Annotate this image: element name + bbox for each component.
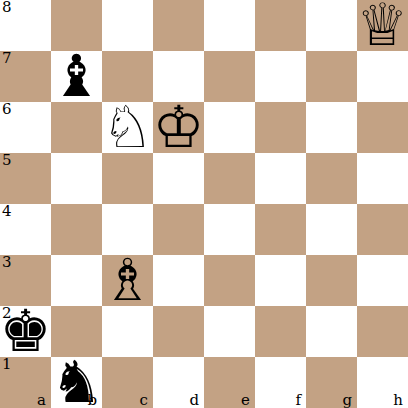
square-f5[interactable] — [255, 153, 306, 204]
square-d8[interactable] — [153, 0, 204, 51]
square-f4[interactable] — [255, 204, 306, 255]
square-g4[interactable] — [306, 204, 357, 255]
rank-label-6: 6 — [2, 101, 12, 117]
square-d2[interactable] — [153, 306, 204, 357]
square-e3[interactable] — [204, 255, 255, 306]
square-e4[interactable] — [204, 204, 255, 255]
square-h3[interactable] — [357, 255, 408, 306]
square-e6[interactable] — [204, 102, 255, 153]
piece-white-queen: ♕ — [357, 0, 408, 51]
square-h5[interactable] — [357, 153, 408, 204]
square-d4[interactable] — [153, 204, 204, 255]
rank-label-4: 4 — [2, 203, 12, 219]
square-g1[interactable]: g — [306, 357, 357, 408]
piece-black-bishop: ♝ — [51, 51, 102, 102]
square-f3[interactable] — [255, 255, 306, 306]
square-h2[interactable] — [357, 306, 408, 357]
square-h4[interactable] — [357, 204, 408, 255]
square-e5[interactable] — [204, 153, 255, 204]
square-a6[interactable]: 6 — [0, 102, 51, 153]
rank-label-7: 7 — [2, 50, 12, 66]
rank-label-8: 8 — [2, 0, 12, 15]
square-f1[interactable]: f — [255, 357, 306, 408]
file-label-c: c — [140, 393, 148, 408]
file-label-e: e — [241, 393, 250, 408]
square-g3[interactable] — [306, 255, 357, 306]
piece-black-knight: ♞ — [51, 357, 102, 408]
square-h8[interactable]: ♕ — [357, 0, 408, 51]
piece-white-bishop: ♗ — [102, 255, 153, 306]
square-a4[interactable]: 4 — [0, 204, 51, 255]
chess-board: 8♕7♝6♘♔543♗2♚1ab♞cdefgh — [0, 0, 408, 408]
square-g8[interactable] — [306, 0, 357, 51]
square-d3[interactable] — [153, 255, 204, 306]
square-e7[interactable] — [204, 51, 255, 102]
square-g6[interactable] — [306, 102, 357, 153]
square-d6[interactable]: ♔ — [153, 102, 204, 153]
square-f2[interactable] — [255, 306, 306, 357]
square-h6[interactable] — [357, 102, 408, 153]
square-b5[interactable] — [51, 153, 102, 204]
square-f8[interactable] — [255, 0, 306, 51]
square-f7[interactable] — [255, 51, 306, 102]
square-a2[interactable]: 2♚ — [0, 306, 51, 357]
square-d1[interactable]: d — [153, 357, 204, 408]
square-h1[interactable]: h — [357, 357, 408, 408]
square-a8[interactable]: 8 — [0, 0, 51, 51]
square-a7[interactable]: 7 — [0, 51, 51, 102]
file-label-f: f — [295, 393, 301, 408]
file-label-d: d — [189, 393, 199, 408]
square-c8[interactable] — [102, 0, 153, 51]
square-g5[interactable] — [306, 153, 357, 204]
square-b3[interactable] — [51, 255, 102, 306]
square-b4[interactable] — [51, 204, 102, 255]
rank-label-5: 5 — [2, 152, 12, 168]
square-c6[interactable]: ♘ — [102, 102, 153, 153]
square-c3[interactable]: ♗ — [102, 255, 153, 306]
square-e2[interactable] — [204, 306, 255, 357]
square-e8[interactable] — [204, 0, 255, 51]
file-label-a: a — [37, 393, 46, 408]
piece-white-king: ♔ — [153, 102, 204, 153]
square-c1[interactable]: c — [102, 357, 153, 408]
piece-white-knight: ♘ — [102, 102, 153, 153]
file-label-g: g — [342, 393, 352, 408]
rank-label-3: 3 — [2, 254, 12, 270]
square-a5[interactable]: 5 — [0, 153, 51, 204]
square-b1[interactable]: b♞ — [51, 357, 102, 408]
piece-black-king: ♚ — [0, 306, 51, 357]
square-g7[interactable] — [306, 51, 357, 102]
file-label-h: h — [393, 393, 403, 408]
square-f6[interactable] — [255, 102, 306, 153]
square-g2[interactable] — [306, 306, 357, 357]
square-b7[interactable]: ♝ — [51, 51, 102, 102]
square-e1[interactable]: e — [204, 357, 255, 408]
